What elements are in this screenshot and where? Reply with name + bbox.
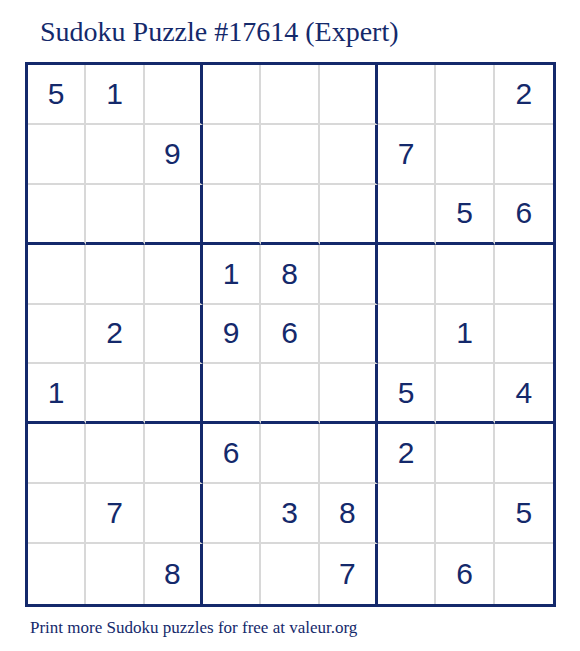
cell-r8c5[interactable]: 3: [261, 484, 319, 544]
cell-r4c7[interactable]: [378, 245, 436, 305]
cell-r4c1[interactable]: [28, 245, 86, 305]
cell-r5c3[interactable]: [145, 305, 203, 365]
page-title: Sudoku Puzzle #17614 (Expert): [40, 16, 399, 48]
cell-r1c5[interactable]: [261, 65, 319, 125]
cell-r7c8[interactable]: [436, 424, 494, 484]
cell-r2c8[interactable]: [436, 125, 494, 185]
cell-r7c5[interactable]: [261, 424, 319, 484]
cell-r8c8[interactable]: [436, 484, 494, 544]
cell-r5c2[interactable]: 2: [86, 305, 144, 365]
cell-r4c6[interactable]: [320, 245, 378, 305]
cell-r6c7[interactable]: 5: [378, 364, 436, 424]
cell-r3c7[interactable]: [378, 185, 436, 245]
cell-r2c1[interactable]: [28, 125, 86, 185]
cell-r4c2[interactable]: [86, 245, 144, 305]
cell-r8c3[interactable]: [145, 484, 203, 544]
cell-r1c3[interactable]: [145, 65, 203, 125]
cell-r3c2[interactable]: [86, 185, 144, 245]
cell-r7c1[interactable]: [28, 424, 86, 484]
cell-r1c8[interactable]: [436, 65, 494, 125]
cell-r9c8[interactable]: 6: [436, 544, 494, 604]
cell-r8c6[interactable]: 8: [320, 484, 378, 544]
cell-r1c6[interactable]: [320, 65, 378, 125]
cell-r6c1[interactable]: 1: [28, 364, 86, 424]
cell-r9c6[interactable]: 7: [320, 544, 378, 604]
cell-r9c7[interactable]: [378, 544, 436, 604]
cell-r9c1[interactable]: [28, 544, 86, 604]
cell-r2c4[interactable]: [203, 125, 261, 185]
cell-r5c1[interactable]: [28, 305, 86, 365]
cell-r5c6[interactable]: [320, 305, 378, 365]
cell-r4c3[interactable]: [145, 245, 203, 305]
cell-r1c2[interactable]: 1: [86, 65, 144, 125]
cell-r4c4[interactable]: 1: [203, 245, 261, 305]
cell-r3c5[interactable]: [261, 185, 319, 245]
cell-r8c1[interactable]: [28, 484, 86, 544]
cell-r1c1[interactable]: 5: [28, 65, 86, 125]
cell-r7c4[interactable]: 6: [203, 424, 261, 484]
cell-r2c2[interactable]: [86, 125, 144, 185]
footer-text: Print more Sudoku puzzles for free at va…: [30, 618, 357, 638]
cell-r8c9[interactable]: 5: [495, 484, 553, 544]
cell-r9c3[interactable]: 8: [145, 544, 203, 604]
cell-r6c9[interactable]: 4: [495, 364, 553, 424]
cell-r7c2[interactable]: [86, 424, 144, 484]
cell-r8c2[interactable]: 7: [86, 484, 144, 544]
cell-r6c6[interactable]: [320, 364, 378, 424]
cell-r9c9[interactable]: [495, 544, 553, 604]
cell-r4c5[interactable]: 8: [261, 245, 319, 305]
cell-r3c3[interactable]: [145, 185, 203, 245]
cell-r2c6[interactable]: [320, 125, 378, 185]
cell-r3c6[interactable]: [320, 185, 378, 245]
cell-r6c5[interactable]: [261, 364, 319, 424]
cell-r9c5[interactable]: [261, 544, 319, 604]
cell-r9c2[interactable]: [86, 544, 144, 604]
cell-r6c3[interactable]: [145, 364, 203, 424]
cell-r5c7[interactable]: [378, 305, 436, 365]
cell-r5c4[interactable]: 9: [203, 305, 261, 365]
sudoku-board: 5129756182961154627385876: [25, 62, 556, 607]
cell-r3c8[interactable]: 5: [436, 185, 494, 245]
cell-r2c3[interactable]: 9: [145, 125, 203, 185]
cell-r5c5[interactable]: 6: [261, 305, 319, 365]
cell-r5c9[interactable]: [495, 305, 553, 365]
cell-r1c4[interactable]: [203, 65, 261, 125]
sudoku-page: Sudoku Puzzle #17614 (Expert) 5129756182…: [0, 0, 580, 651]
cell-r7c9[interactable]: [495, 424, 553, 484]
cell-r1c9[interactable]: 2: [495, 65, 553, 125]
cell-r2c5[interactable]: [261, 125, 319, 185]
cell-r6c4[interactable]: [203, 364, 261, 424]
cell-r2c9[interactable]: [495, 125, 553, 185]
cell-r4c8[interactable]: [436, 245, 494, 305]
cell-r3c1[interactable]: [28, 185, 86, 245]
cell-r8c4[interactable]: [203, 484, 261, 544]
cell-r5c8[interactable]: 1: [436, 305, 494, 365]
cell-r3c4[interactable]: [203, 185, 261, 245]
cell-r3c9[interactable]: 6: [495, 185, 553, 245]
cell-r9c4[interactable]: [203, 544, 261, 604]
cell-r4c9[interactable]: [495, 245, 553, 305]
cell-r7c6[interactable]: [320, 424, 378, 484]
cell-r6c8[interactable]: [436, 364, 494, 424]
cell-r6c2[interactable]: [86, 364, 144, 424]
cell-r2c7[interactable]: 7: [378, 125, 436, 185]
cell-r1c7[interactable]: [378, 65, 436, 125]
cell-r7c7[interactable]: 2: [378, 424, 436, 484]
cell-r8c7[interactable]: [378, 484, 436, 544]
cell-r7c3[interactable]: [145, 424, 203, 484]
